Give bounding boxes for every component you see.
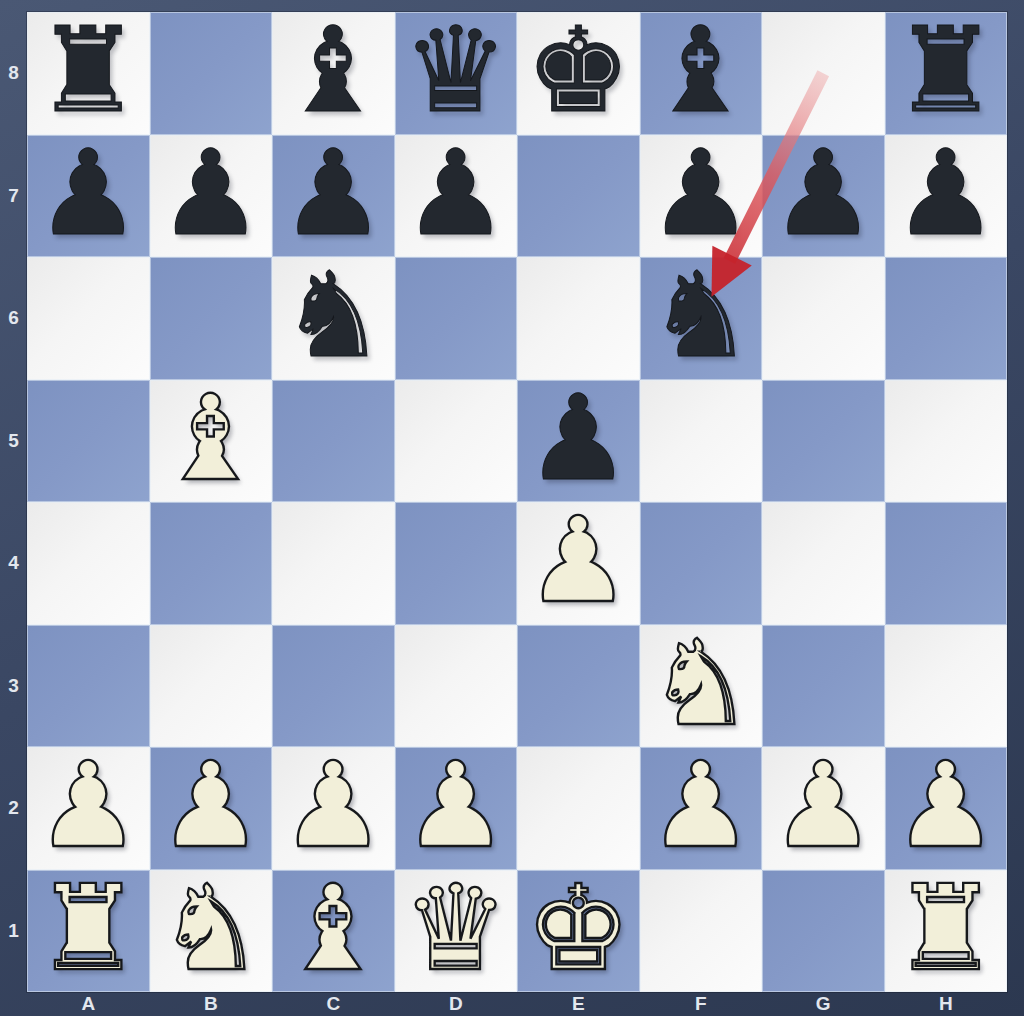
square-e7[interactable] [517,135,640,258]
square-d2[interactable]: ♟ [395,747,518,870]
black-pawn-b7[interactable]: ♟ [158,132,264,254]
square-c2[interactable]: ♟ [272,747,395,870]
square-g5[interactable] [762,380,885,503]
square-b7[interactable]: ♟ [150,135,273,258]
white-pawn-c2[interactable]: ♟ [280,744,386,866]
square-c4[interactable] [272,502,395,625]
chess-board[interactable]: ♜♝♛♚♝♜♟♟♟♟♟♟♟♞♞♝♟♟♞♟♟♟♟♟♟♟♜♞♝♛♚♜ [27,12,1007,992]
file-label-f: F [640,991,763,1016]
rank-label-2: 2 [0,747,27,870]
square-g1[interactable] [762,870,885,993]
white-bishop-b5[interactable]: ♝ [158,377,264,499]
square-c3[interactable] [272,625,395,748]
square-e4[interactable]: ♟ [517,502,640,625]
square-c6[interactable]: ♞ [272,257,395,380]
white-queen-d1[interactable]: ♛ [403,867,509,989]
square-e3[interactable] [517,625,640,748]
square-a8[interactable]: ♜ [27,12,150,135]
file-label-d: D [395,991,518,1016]
square-h1[interactable]: ♜ [885,870,1008,993]
black-pawn-d7[interactable]: ♟ [403,132,509,254]
square-f5[interactable] [640,380,763,503]
black-bishop-c8[interactable]: ♝ [280,9,386,131]
white-pawn-g2[interactable]: ♟ [770,744,876,866]
square-c1[interactable]: ♝ [272,870,395,993]
black-pawn-h7[interactable]: ♟ [893,132,999,254]
square-h6[interactable] [885,257,1008,380]
square-b3[interactable] [150,625,273,748]
white-pawn-h2[interactable]: ♟ [893,744,999,866]
rank-label-8: 8 [0,12,27,135]
white-pawn-d2[interactable]: ♟ [403,744,509,866]
file-label-a: A [27,991,150,1016]
square-h4[interactable] [885,502,1008,625]
square-f4[interactable] [640,502,763,625]
rank-label-7: 7 [0,135,27,258]
square-e6[interactable] [517,257,640,380]
square-f6[interactable]: ♞ [640,257,763,380]
white-king-e1[interactable]: ♚ [525,867,631,989]
square-d5[interactable] [395,380,518,503]
square-h2[interactable]: ♟ [885,747,1008,870]
square-b8[interactable] [150,12,273,135]
white-bishop-c1[interactable]: ♝ [280,867,386,989]
square-b1[interactable]: ♞ [150,870,273,993]
black-pawn-f7[interactable]: ♟ [648,132,754,254]
square-c5[interactable] [272,380,395,503]
square-h8[interactable]: ♜ [885,12,1008,135]
square-e5[interactable]: ♟ [517,380,640,503]
square-d3[interactable] [395,625,518,748]
square-g6[interactable] [762,257,885,380]
white-rook-a1[interactable]: ♜ [35,867,141,989]
square-c8[interactable]: ♝ [272,12,395,135]
black-pawn-e5[interactable]: ♟ [525,377,631,499]
black-rook-h8[interactable]: ♜ [893,9,999,131]
square-d7[interactable]: ♟ [395,135,518,258]
square-a2[interactable]: ♟ [27,747,150,870]
square-a6[interactable] [27,257,150,380]
square-b6[interactable] [150,257,273,380]
square-h3[interactable] [885,625,1008,748]
square-d4[interactable] [395,502,518,625]
file-label-h: H [885,991,1008,1016]
white-knight-b1[interactable]: ♞ [158,867,264,989]
white-pawn-f2[interactable]: ♟ [648,744,754,866]
file-label-b: B [150,991,273,1016]
white-pawn-a2[interactable]: ♟ [35,744,141,866]
square-a3[interactable] [27,625,150,748]
black-queen-d8[interactable]: ♛ [403,9,509,131]
file-label-e: E [517,991,640,1016]
square-f7[interactable]: ♟ [640,135,763,258]
square-h5[interactable] [885,380,1008,503]
white-rook-h1[interactable]: ♜ [893,867,999,989]
square-c7[interactable]: ♟ [272,135,395,258]
black-knight-c6[interactable]: ♞ [280,254,386,376]
square-g3[interactable] [762,625,885,748]
black-pawn-a7[interactable]: ♟ [35,132,141,254]
square-b5[interactable]: ♝ [150,380,273,503]
white-knight-f3[interactable]: ♞ [648,622,754,744]
square-a4[interactable] [27,502,150,625]
square-a7[interactable]: ♟ [27,135,150,258]
black-knight-f6[interactable]: ♞ [648,254,754,376]
square-e8[interactable]: ♚ [517,12,640,135]
square-g4[interactable] [762,502,885,625]
rank-label-4: 4 [0,502,27,625]
rank-label-3: 3 [0,625,27,748]
rank-label-6: 6 [0,257,27,380]
square-e2[interactable] [517,747,640,870]
square-b4[interactable] [150,502,273,625]
white-pawn-b2[interactable]: ♟ [158,744,264,866]
square-d8[interactable]: ♛ [395,12,518,135]
square-f8[interactable]: ♝ [640,12,763,135]
square-h7[interactable]: ♟ [885,135,1008,258]
black-king-e8[interactable]: ♚ [525,9,631,131]
black-pawn-g7[interactable]: ♟ [770,132,876,254]
board-frame: ♜♝♛♚♝♜♟♟♟♟♟♟♟♞♞♝♟♟♞♟♟♟♟♟♟♟♜♞♝♛♚♜ 8765432… [0,0,1024,1016]
file-label-c: C [272,991,395,1016]
black-rook-a8[interactable]: ♜ [35,9,141,131]
square-f1[interactable] [640,870,763,993]
square-g7[interactable]: ♟ [762,135,885,258]
square-a5[interactable] [27,380,150,503]
square-e1[interactable]: ♚ [517,870,640,993]
square-b2[interactable]: ♟ [150,747,273,870]
black-pawn-c7[interactable]: ♟ [280,132,386,254]
square-g2[interactable]: ♟ [762,747,885,870]
square-f2[interactable]: ♟ [640,747,763,870]
square-d1[interactable]: ♛ [395,870,518,993]
square-f3[interactable]: ♞ [640,625,763,748]
square-g8[interactable] [762,12,885,135]
square-d6[interactable] [395,257,518,380]
white-pawn-e4[interactable]: ♟ [525,499,631,621]
square-a1[interactable]: ♜ [27,870,150,993]
file-label-g: G [762,991,885,1016]
rank-label-5: 5 [0,380,27,503]
black-bishop-f8[interactable]: ♝ [648,9,754,131]
rank-label-1: 1 [0,870,27,993]
